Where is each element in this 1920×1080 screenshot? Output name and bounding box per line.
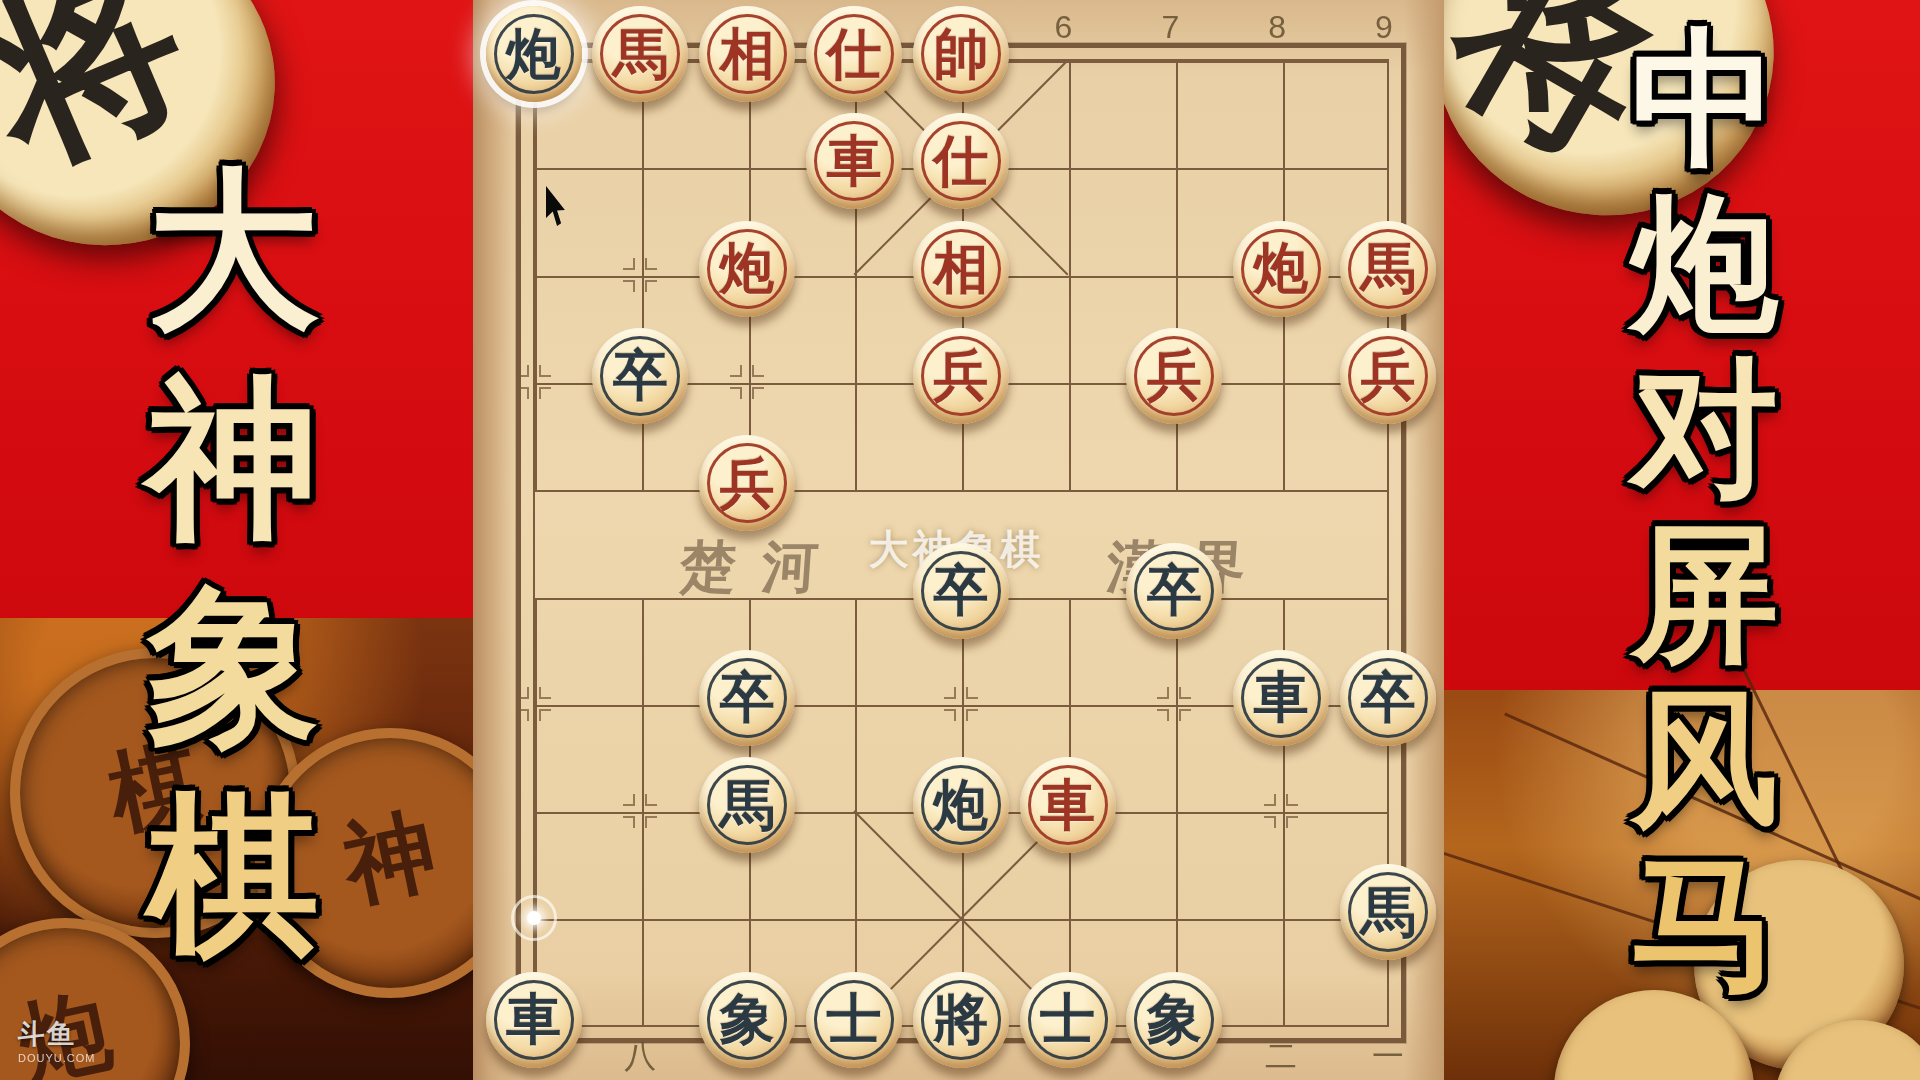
piece-red-車[interactable]: 車: [1020, 757, 1116, 853]
piece-character: 仕: [826, 27, 881, 82]
piece-character: 兵: [1360, 348, 1415, 403]
piece-character: 兵: [933, 348, 988, 403]
point-marker: [623, 258, 657, 292]
file-label-top: 6: [1055, 9, 1073, 46]
piece-character: 馬: [613, 27, 668, 82]
last-move-origin-marker: [511, 895, 557, 941]
piece-red-相[interactable]: 相: [699, 6, 795, 102]
piece-red-仕[interactable]: 仕: [913, 113, 1009, 209]
piece-black-士[interactable]: 士: [1020, 972, 1116, 1068]
piece-black-炮[interactable]: 炮: [486, 6, 582, 102]
piece-character: 相: [720, 27, 775, 82]
file-label-top: 7: [1161, 9, 1179, 46]
piece-character: 車: [506, 992, 561, 1047]
piece-character: 炮: [933, 778, 988, 833]
piece-red-兵[interactable]: 兵: [1126, 328, 1222, 424]
piece-character: 士: [1040, 992, 1095, 1047]
point-marker: [730, 365, 764, 399]
piece-character: 相: [933, 241, 988, 296]
piece-character: 象: [1147, 992, 1202, 1047]
file-label-top: 9: [1375, 9, 1393, 46]
piece-red-相[interactable]: 相: [913, 221, 1009, 317]
stream-frame: 楚河 漢界 大神象棋 6789八二一炮馬相仕帥車仕炮相炮馬卒兵兵兵兵卒卒卒車卒馬…: [0, 0, 1920, 1080]
piece-red-炮[interactable]: 炮: [1233, 221, 1329, 317]
point-marker: [623, 794, 657, 828]
piece-character: 炮: [506, 27, 561, 82]
piece-character: 馬: [1360, 241, 1415, 296]
piece-character: 將: [933, 992, 988, 1047]
piece-black-車[interactable]: 車: [1233, 650, 1329, 746]
piece-character: 卒: [613, 348, 668, 403]
piece-black-卒[interactable]: 卒: [1340, 650, 1436, 746]
point-marker: [517, 365, 551, 399]
piece-red-車[interactable]: 車: [806, 113, 902, 209]
piece-character: 兵: [1147, 348, 1202, 403]
piece-character: 車: [1040, 778, 1095, 833]
file-label-top: 8: [1268, 9, 1286, 46]
piece-character: 象: [720, 992, 775, 1047]
piece-red-兵[interactable]: 兵: [699, 435, 795, 531]
piece-red-兵[interactable]: 兵: [1340, 328, 1436, 424]
douyu-logo-text: 斗鱼: [18, 1016, 95, 1052]
point-marker: [944, 687, 978, 721]
file-label-bottom: 八: [624, 1035, 656, 1079]
piece-character: 士: [826, 992, 881, 1047]
piece-black-將[interactable]: 將: [913, 972, 1009, 1068]
piece-character: 卒: [720, 670, 775, 725]
river-text-left: 楚河: [677, 530, 846, 606]
piece-black-卒[interactable]: 卒: [913, 543, 1009, 639]
piece-character: 馬: [720, 778, 775, 833]
piece-character: 兵: [720, 456, 775, 511]
piece-red-仕[interactable]: 仕: [806, 6, 902, 102]
piece-character: 炮: [1254, 241, 1309, 296]
point-marker: [1264, 794, 1298, 828]
douyu-logo-url: DOUYU.COM: [18, 1052, 95, 1064]
file-label-bottom: 一: [1372, 1035, 1404, 1079]
xiangqi-board: 楚河 漢界 大神象棋 6789八二一炮馬相仕帥車仕炮相炮馬卒兵兵兵兵卒卒卒車卒馬…: [0, 0, 1920, 1080]
piece-red-馬[interactable]: 馬: [592, 6, 688, 102]
piece-black-馬[interactable]: 馬: [1340, 864, 1436, 960]
piece-character: 卒: [933, 563, 988, 618]
douyu-logo: 斗鱼 DOUYU.COM: [18, 1016, 95, 1064]
piece-character: 卒: [1360, 670, 1415, 725]
piece-black-士[interactable]: 士: [806, 972, 902, 1068]
piece-character: 車: [1254, 670, 1309, 725]
piece-red-帥[interactable]: 帥: [913, 6, 1009, 102]
point-marker: [517, 687, 551, 721]
piece-black-卒[interactable]: 卒: [1126, 543, 1222, 639]
piece-black-卒[interactable]: 卒: [699, 650, 795, 746]
piece-black-馬[interactable]: 馬: [699, 757, 795, 853]
piece-character: 馬: [1360, 885, 1415, 940]
piece-character: 車: [826, 134, 881, 189]
piece-character: 仕: [933, 134, 988, 189]
piece-black-卒[interactable]: 卒: [592, 328, 688, 424]
piece-red-兵[interactable]: 兵: [913, 328, 1009, 424]
file-label-bottom: 二: [1265, 1035, 1297, 1079]
piece-red-炮[interactable]: 炮: [699, 221, 795, 317]
piece-black-車[interactable]: 車: [486, 972, 582, 1068]
piece-character: 帥: [933, 27, 988, 82]
piece-black-象[interactable]: 象: [699, 972, 795, 1068]
piece-character: 卒: [1147, 563, 1202, 618]
piece-black-炮[interactable]: 炮: [913, 757, 1009, 853]
point-marker: [1157, 687, 1191, 721]
piece-character: 炮: [720, 241, 775, 296]
piece-red-馬[interactable]: 馬: [1340, 221, 1436, 317]
piece-black-象[interactable]: 象: [1126, 972, 1222, 1068]
